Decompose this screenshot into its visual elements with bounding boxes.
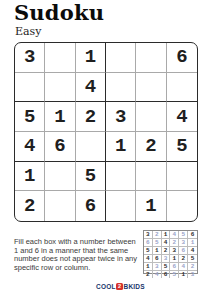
sudoku-cell-r2c2 — [45, 73, 75, 103]
sudoku-cell-r6c6 — [167, 191, 197, 221]
sudoku-cell-r3c4: 3 — [106, 102, 136, 132]
logo-2-badge: 2 — [116, 283, 123, 290]
sudoku-cell-r6c4 — [106, 191, 136, 221]
solution-cell-r1c3: 1 — [162, 231, 171, 239]
page-title: Sudoku — [14, 1, 104, 25]
solution-cell-r3c1: 5 — [144, 247, 153, 255]
solution-cell-r5c4: 6 — [170, 263, 179, 271]
sudoku-cell-r6c3: 6 — [76, 191, 106, 221]
sudoku-cell-r4c6: 5 — [167, 132, 197, 162]
solution-cell-r1c6: 6 — [188, 231, 197, 239]
sudoku-cell-r3c2: 1 — [45, 102, 75, 132]
solution-cell-r4c1: 4 — [144, 255, 153, 263]
sudoku-cell-r4c2: 6 — [45, 132, 75, 162]
solution-cell-r6c3: 6 — [162, 271, 171, 278]
solution-cell-r2c2: 5 — [153, 239, 162, 247]
logo-cool-text: COOL — [96, 282, 116, 291]
sudoku-cell-r4c1: 4 — [15, 132, 45, 162]
sudoku-cell-r5c1: 1 — [15, 162, 45, 192]
solution-cell-r1c5: 5 — [179, 231, 188, 239]
sudoku-cell-r3c5 — [136, 102, 166, 132]
sudoku-grid: 3164512344612515261 — [14, 42, 198, 222]
solution-cell-r1c1: 3 — [144, 231, 153, 239]
solution-cell-r2c4: 2 — [170, 239, 179, 247]
sudoku-cell-r5c3: 5 — [76, 162, 106, 192]
sudoku-cell-r5c5 — [136, 162, 166, 192]
sudoku-cell-r2c4 — [106, 73, 136, 103]
solution-cell-r3c3: 2 — [162, 247, 171, 255]
solution-cell-r3c4: 3 — [170, 247, 179, 255]
sudoku-cell-r3c6: 4 — [167, 102, 197, 132]
solution-cell-r6c2: 4 — [153, 271, 162, 278]
sudoku-cell-r4c5: 2 — [136, 132, 166, 162]
sudoku-cell-r1c4 — [106, 43, 136, 73]
solution-cell-r2c1: 6 — [144, 239, 153, 247]
sudoku-worksheet-page: Sudoku Easy 3164512344612515261 Fill eac… — [0, 0, 212, 300]
solution-cell-r3c6: 4 — [188, 247, 197, 255]
solution-cell-r1c4: 4 — [170, 231, 179, 239]
solution-cell-r4c6: 5 — [188, 255, 197, 263]
sudoku-cell-r5c6 — [167, 162, 197, 192]
solution-cell-r5c2: 3 — [153, 263, 162, 271]
sudoku-cell-r2c3: 4 — [76, 73, 106, 103]
sudoku-cell-r2c6 — [167, 73, 197, 103]
sudoku-cell-r5c4 — [106, 162, 136, 192]
solution-cell-r6c5: 1 — [179, 271, 188, 278]
solution-key-grid: 321456654231512364463125135642246513 — [143, 230, 198, 274]
difficulty-label: Easy — [15, 26, 41, 38]
solution-cell-r1c2: 2 — [153, 231, 162, 239]
solution-cell-r4c2: 6 — [153, 255, 162, 263]
solution-cell-r5c1: 1 — [144, 263, 153, 271]
sudoku-cell-r4c4: 1 — [106, 132, 136, 162]
instructions-text: Fill each box with a number between 1 an… — [14, 238, 140, 272]
solution-cell-r5c3: 5 — [162, 263, 171, 271]
solution-cell-r5c5: 4 — [179, 263, 188, 271]
logo-bkids-text: BKIDS — [124, 282, 145, 291]
brand-logo[interactable]: COOL 2 BKIDS — [96, 282, 145, 291]
sudoku-cell-r2c1 — [15, 73, 45, 103]
sudoku-cell-r6c2 — [45, 191, 75, 221]
sudoku-cell-r1c2 — [45, 43, 75, 73]
sudoku-cell-r6c5: 1 — [136, 191, 166, 221]
solution-cell-r2c6: 1 — [188, 239, 197, 247]
solution-cell-r2c5: 3 — [179, 239, 188, 247]
solution-cell-r3c2: 1 — [153, 247, 162, 255]
solution-cell-r6c4: 5 — [170, 271, 179, 278]
sudoku-cell-r1c5 — [136, 43, 166, 73]
sudoku-cell-r4c3 — [76, 132, 106, 162]
solution-cell-r2c3: 4 — [162, 239, 171, 247]
solution-cell-r6c1: 2 — [144, 271, 153, 278]
sudoku-cell-r5c2 — [45, 162, 75, 192]
sudoku-cell-r1c1: 3 — [15, 43, 45, 73]
sudoku-cell-r3c1: 5 — [15, 102, 45, 132]
solution-cell-r5c6: 2 — [188, 263, 197, 271]
sudoku-cell-r2c5 — [136, 73, 166, 103]
solution-cell-r4c5: 2 — [179, 255, 188, 263]
solution-cell-r4c3: 3 — [162, 255, 171, 263]
sudoku-cell-r1c3: 1 — [76, 43, 106, 73]
solution-cell-r4c4: 1 — [170, 255, 179, 263]
solution-cell-r3c5: 6 — [179, 247, 188, 255]
solution-cell-r6c6: 3 — [188, 271, 197, 278]
sudoku-cell-r3c3: 2 — [76, 102, 106, 132]
sudoku-cell-r6c1: 2 — [15, 191, 45, 221]
sudoku-cell-r1c6: 6 — [167, 43, 197, 73]
